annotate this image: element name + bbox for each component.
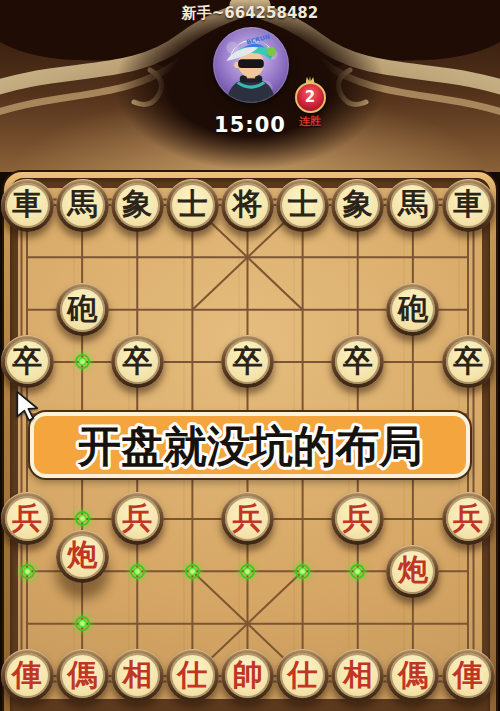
mouse-cursor [15, 390, 43, 423]
piece-character: 兵 [343, 503, 373, 533]
piece-face: 帥 [225, 653, 270, 698]
piece-face: 俥 [5, 653, 50, 698]
piece-h8-red-cannon[interactable]: 炮 [386, 545, 439, 598]
piece-face: 俥 [446, 653, 491, 698]
game-screen: 新手~664258482 [0, 0, 500, 711]
piece-face: 砲 [390, 287, 435, 332]
move-marker-g8[interactable] [350, 564, 365, 579]
piece-c4-black-soldier[interactable]: 卒 [111, 335, 164, 388]
piece-character: 傌 [67, 660, 97, 690]
piece-i10-red-chariot[interactable]: 俥 [442, 649, 495, 702]
piece-face: 卒 [446, 339, 491, 384]
move-marker-d8[interactable] [185, 564, 200, 579]
piece-character: 仕 [288, 660, 318, 690]
piece-face: 卒 [225, 339, 270, 384]
piece-character: 兵 [233, 503, 263, 533]
piece-c10-red-elephant[interactable]: 相 [111, 649, 164, 702]
move-marker-a8[interactable] [20, 564, 35, 579]
move-marker-c8[interactable] [130, 564, 145, 579]
piece-face: 傌 [390, 653, 435, 698]
piece-face: 卒 [335, 339, 380, 384]
piece-i4-black-soldier[interactable]: 卒 [442, 335, 495, 388]
piece-i1-black-chariot[interactable]: 車 [442, 179, 495, 232]
piece-i7-red-soldier[interactable]: 兵 [442, 492, 495, 545]
piece-face: 象 [335, 183, 380, 228]
piece-character: 卒 [233, 346, 263, 376]
piece-face: 相 [115, 653, 160, 698]
piece-character: 士 [288, 189, 318, 219]
piece-character: 馬 [67, 189, 97, 219]
piece-character: 象 [343, 189, 373, 219]
streak-medal-icon: 2 [295, 82, 326, 113]
player-id: 新手~664258482 [0, 4, 500, 23]
piece-character: 卒 [122, 346, 152, 376]
piece-face: 象 [115, 183, 160, 228]
streak-count: 2 [305, 88, 315, 106]
piece-face: 炮 [390, 549, 435, 594]
piece-h1-black-horse[interactable]: 馬 [386, 179, 439, 232]
piece-character: 卒 [12, 346, 42, 376]
game-timer: 15:00 [0, 113, 500, 137]
piece-face: 砲 [60, 287, 105, 332]
piece-character: 傌 [398, 660, 428, 690]
move-marker-b9[interactable] [75, 616, 90, 631]
piece-character: 砲 [398, 294, 428, 324]
piece-face: 車 [446, 183, 491, 228]
piece-character: 帥 [233, 660, 263, 690]
piece-face: 兵 [5, 496, 50, 541]
piece-character: 卒 [343, 346, 373, 376]
piece-character: 俥 [453, 660, 483, 690]
piece-character: 炮 [67, 540, 97, 570]
piece-face: 卒 [115, 339, 160, 384]
piece-c1-black-elephant[interactable]: 象 [111, 179, 164, 232]
piece-d1-black-advisor[interactable]: 士 [166, 179, 219, 232]
piece-face: 士 [280, 183, 325, 228]
piece-face: 相 [335, 653, 380, 698]
piece-character: 兵 [12, 503, 42, 533]
piece-f1-black-advisor[interactable]: 士 [276, 179, 329, 232]
commentary-banner: 开盘就没坑的布局 [30, 412, 470, 478]
piece-a1-black-chariot[interactable]: 車 [1, 179, 54, 232]
piece-face: 傌 [60, 653, 105, 698]
move-marker-e8[interactable] [240, 564, 255, 579]
piece-a4-black-soldier[interactable]: 卒 [1, 335, 54, 388]
piece-character: 仕 [177, 660, 207, 690]
match-header: 新手~664258482 [0, 0, 500, 172]
piece-face: 兵 [225, 496, 270, 541]
piece-d10-red-advisor[interactable]: 仕 [166, 649, 219, 702]
piece-b10-red-horse[interactable]: 傌 [56, 649, 109, 702]
piece-g1-black-elephant[interactable]: 象 [331, 179, 384, 232]
piece-face: 仕 [170, 653, 215, 698]
banner-text: 开盘就没坑的布局 [77, 421, 422, 471]
piece-character: 兵 [122, 503, 152, 533]
move-marker-f8[interactable] [295, 564, 310, 579]
piece-face: 兵 [446, 496, 491, 541]
piece-face: 将 [225, 183, 270, 228]
piece-a7-red-soldier[interactable]: 兵 [1, 492, 54, 545]
piece-face: 車 [5, 183, 50, 228]
piece-character: 士 [177, 189, 207, 219]
piece-b1-black-horse[interactable]: 馬 [56, 179, 109, 232]
piece-face: 兵 [115, 496, 160, 541]
piece-character: 車 [12, 189, 42, 219]
piece-face: 士 [170, 183, 215, 228]
piece-b3-black-cannon[interactable]: 砲 [56, 283, 109, 336]
piece-c7-red-soldier[interactable]: 兵 [111, 492, 164, 545]
piece-face: 馬 [390, 183, 435, 228]
piece-character: 車 [453, 189, 483, 219]
player-avatar[interactable]: BCRUN [213, 27, 289, 103]
piece-character: 卒 [453, 346, 483, 376]
piece-character: 兵 [453, 503, 483, 533]
piece-face: 仕 [280, 653, 325, 698]
piece-face: 兵 [335, 496, 380, 541]
piece-face: 馬 [60, 183, 105, 228]
piece-character: 馬 [398, 189, 428, 219]
piece-b8-red-cannon[interactable]: 炮 [56, 530, 109, 583]
piece-character: 将 [233, 189, 263, 219]
avatar-image: BCRUN [213, 27, 289, 103]
piece-character: 俥 [12, 660, 42, 690]
piece-character: 相 [122, 660, 152, 690]
piece-face: 炮 [60, 534, 105, 579]
piece-e1-black-general[interactable]: 将 [221, 179, 274, 232]
piece-character: 相 [343, 660, 373, 690]
piece-character: 象 [122, 189, 152, 219]
piece-character: 炮 [398, 555, 428, 585]
piece-a10-red-chariot[interactable]: 俥 [1, 649, 54, 702]
piece-face: 卒 [5, 339, 50, 384]
piece-character: 砲 [67, 294, 97, 324]
